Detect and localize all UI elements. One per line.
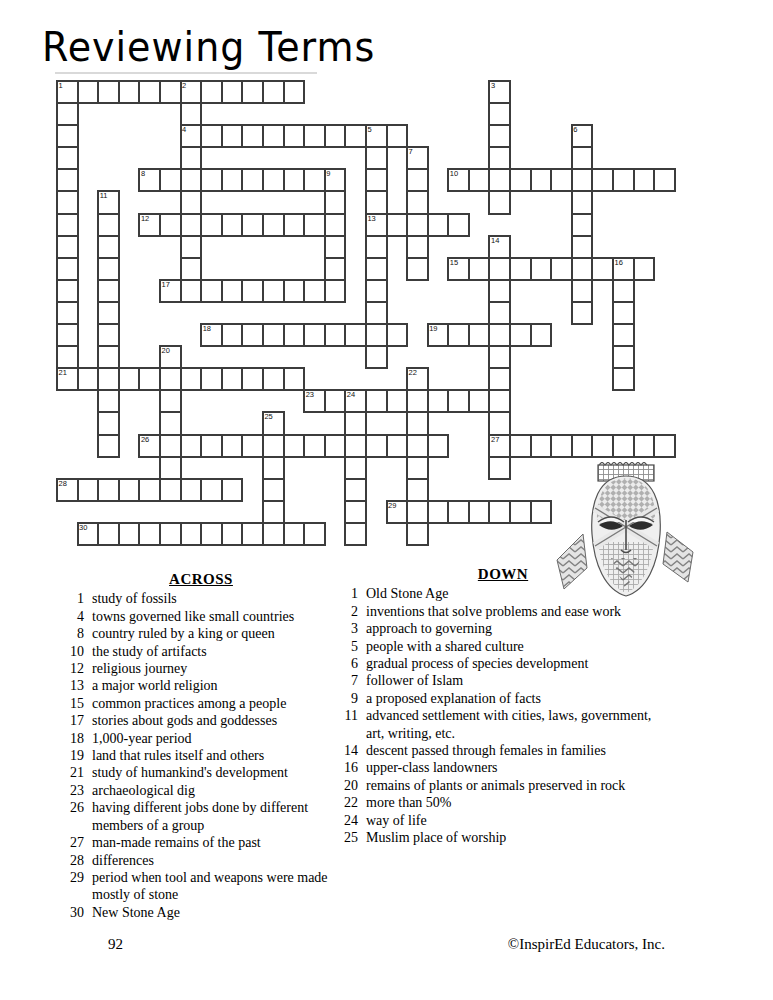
grid-cell[interactable] <box>181 368 202 390</box>
grid-cell[interactable] <box>139 81 160 103</box>
grid-cell[interactable] <box>489 147 510 169</box>
grid-cell[interactable] <box>263 214 284 236</box>
grid-cell[interactable] <box>407 457 428 479</box>
grid-cell[interactable] <box>242 523 263 545</box>
grid-cell[interactable] <box>366 280 387 302</box>
grid-cell[interactable] <box>572 435 593 457</box>
grid-cell[interactable] <box>242 125 263 147</box>
grid-cell[interactable] <box>181 435 202 457</box>
grid-cell[interactable] <box>345 523 366 545</box>
grid-cell[interactable] <box>551 435 572 457</box>
clue-text: Muslim place of worship <box>366 829 672 846</box>
grid-cell[interactable]: 16 <box>613 258 634 280</box>
grid-cell[interactable] <box>407 214 428 236</box>
grid-cell[interactable] <box>222 125 243 147</box>
clue-number: 27 <box>491 435 499 444</box>
grid-cell[interactable] <box>489 368 510 390</box>
grid-cell[interactable] <box>263 435 284 457</box>
grid-cell[interactable]: 3 <box>489 81 510 103</box>
grid-cell[interactable] <box>160 523 181 545</box>
grid-cell[interactable] <box>489 412 510 434</box>
grid-cell[interactable] <box>242 81 263 103</box>
clue-text: common practices among a people <box>92 695 342 712</box>
grid-cell[interactable] <box>345 412 366 434</box>
grid-cell[interactable] <box>345 125 366 147</box>
grid-cell[interactable] <box>325 390 346 412</box>
grid-cell[interactable] <box>531 169 552 191</box>
grid-cell[interactable] <box>160 368 181 390</box>
grid-cell[interactable] <box>181 523 202 545</box>
grid-cell[interactable] <box>489 457 510 479</box>
grid-cell[interactable] <box>448 390 469 412</box>
clue-number: 14 <box>491 236 499 245</box>
grid-cell[interactable] <box>489 125 510 147</box>
grid-cell[interactable] <box>139 368 160 390</box>
grid-cell[interactable] <box>181 214 202 236</box>
grid-cell[interactable] <box>57 302 78 324</box>
grid-cell[interactable] <box>510 501 531 523</box>
grid-cell[interactable] <box>139 523 160 545</box>
grid-cell[interactable] <box>325 191 346 213</box>
grid-cell[interactable]: 20 <box>160 346 181 368</box>
grid-cell[interactable]: 30 <box>78 523 99 545</box>
grid-cell[interactable]: 6 <box>572 125 593 147</box>
grid-cell[interactable] <box>345 435 366 457</box>
grid-cell[interactable] <box>181 103 202 125</box>
grid-cell[interactable] <box>284 169 305 191</box>
grid-cell[interactable] <box>119 479 140 501</box>
grid-cell[interactable] <box>181 258 202 280</box>
grid-cell[interactable] <box>387 125 408 147</box>
grid-cell[interactable] <box>201 125 222 147</box>
clue-number: 5 <box>367 125 371 134</box>
grid-cell[interactable] <box>160 479 181 501</box>
clue-text: study of humankind's development <box>92 764 342 781</box>
worksheet-page: Reviewing Terms 123456789101112131415161… <box>0 0 773 1000</box>
clue-num-label: 11 <box>334 707 358 742</box>
grid-cell[interactable] <box>387 435 408 457</box>
grid-cell[interactable]: 21 <box>57 368 78 390</box>
grid-cell[interactable] <box>57 280 78 302</box>
grid-cell[interactable] <box>242 324 263 346</box>
grid-cell[interactable]: 18 <box>201 324 222 346</box>
grid-cell[interactable] <box>654 435 675 457</box>
grid-cell[interactable] <box>57 214 78 236</box>
grid-cell[interactable] <box>57 169 78 191</box>
grid-cell[interactable] <box>98 523 119 545</box>
grid-cell[interactable] <box>242 169 263 191</box>
clue-num-label: 1 <box>60 590 84 607</box>
grid-cell[interactable]: 14 <box>489 236 510 258</box>
grid-cell[interactable] <box>160 390 181 412</box>
grid-cell[interactable]: 19 <box>428 324 449 346</box>
grid-cell[interactable] <box>407 479 428 501</box>
grid-cell[interactable] <box>284 368 305 390</box>
grid-cell[interactable] <box>489 280 510 302</box>
grid-cell[interactable] <box>201 169 222 191</box>
grid-cell[interactable] <box>181 479 202 501</box>
grid-cell[interactable] <box>510 324 531 346</box>
grid-cell[interactable] <box>160 169 181 191</box>
grid-cell[interactable] <box>325 125 346 147</box>
grid-cell[interactable]: 7 <box>407 147 428 169</box>
grid-cell[interactable] <box>366 302 387 324</box>
grid-cell[interactable] <box>366 191 387 213</box>
grid-cell[interactable]: 23 <box>304 390 325 412</box>
grid-cell[interactable] <box>428 214 449 236</box>
grid-cell[interactable]: 1 <box>57 81 78 103</box>
grid-cell[interactable] <box>304 214 325 236</box>
down-heading: DOWN <box>334 566 672 583</box>
grid-cell[interactable] <box>201 81 222 103</box>
grid-cell[interactable] <box>222 324 243 346</box>
grid-cell[interactable] <box>325 236 346 258</box>
grid-cell[interactable] <box>222 280 243 302</box>
grid-cell[interactable] <box>387 214 408 236</box>
grid-cell[interactable] <box>572 214 593 236</box>
grid-cell[interactable] <box>242 435 263 457</box>
grid-cell[interactable] <box>613 169 634 191</box>
grid-cell[interactable] <box>284 81 305 103</box>
clue-text: the study of artifacts <box>92 643 342 660</box>
grid-cell[interactable] <box>407 258 428 280</box>
grid-cell[interactable]: 2 <box>181 81 202 103</box>
clue-num-label: 21 <box>60 764 84 781</box>
grid-cell[interactable]: 15 <box>448 258 469 280</box>
grid-cell[interactable] <box>98 81 119 103</box>
down-clue: 25Muslim place of worship <box>334 829 672 846</box>
grid-cell[interactable] <box>304 523 325 545</box>
grid-cell[interactable] <box>284 280 305 302</box>
grid-cell[interactable] <box>325 280 346 302</box>
grid-cell[interactable] <box>489 103 510 125</box>
grid-cell[interactable] <box>78 81 99 103</box>
across-clue: 28differences <box>60 852 342 869</box>
grid-cell[interactable] <box>572 280 593 302</box>
grid-cell[interactable] <box>222 523 243 545</box>
grid-cell[interactable] <box>325 214 346 236</box>
grid-cell[interactable] <box>57 236 78 258</box>
grid-cell[interactable] <box>469 324 490 346</box>
grid-cell[interactable] <box>98 324 119 346</box>
grid-cell[interactable] <box>366 258 387 280</box>
grid-cell[interactable] <box>428 501 449 523</box>
grid-cell[interactable] <box>407 169 428 191</box>
grid-cell[interactable] <box>263 280 284 302</box>
grid-cell[interactable] <box>345 479 366 501</box>
grid-cell[interactable] <box>366 147 387 169</box>
grid-cell[interactable] <box>181 169 202 191</box>
grid-cell[interactable] <box>98 346 119 368</box>
grid-cell[interactable] <box>242 368 263 390</box>
clue-text: advanced settlement with cities, laws, g… <box>366 707 672 742</box>
grid-cell[interactable] <box>98 479 119 501</box>
grid-cell[interactable] <box>304 324 325 346</box>
grid-cell[interactable] <box>263 81 284 103</box>
grid-cell[interactable] <box>201 435 222 457</box>
grid-cell[interactable] <box>531 258 552 280</box>
grid-cell[interactable] <box>469 258 490 280</box>
grid-cell[interactable] <box>366 346 387 368</box>
grid-cell[interactable] <box>57 191 78 213</box>
grid-cell[interactable] <box>531 501 552 523</box>
clue-text: descent passed through females in famili… <box>366 742 672 759</box>
grid-cell[interactable] <box>160 435 181 457</box>
grid-cell[interactable] <box>263 324 284 346</box>
grid-cell[interactable] <box>57 258 78 280</box>
clue-num-label: 6 <box>334 655 358 672</box>
grid-cell[interactable] <box>242 280 263 302</box>
grid-cell[interactable] <box>366 169 387 191</box>
grid-cell[interactable] <box>304 169 325 191</box>
page-title: Reviewing Terms <box>42 24 375 71</box>
clue-num-label: 20 <box>334 777 358 794</box>
grid-cell[interactable]: 17 <box>160 280 181 302</box>
clue-text: religious journey <box>92 660 342 677</box>
grid-cell[interactable] <box>489 169 510 191</box>
clue-number: 21 <box>59 368 67 377</box>
clue-number: 23 <box>306 390 314 399</box>
grid-cell[interactable] <box>489 324 510 346</box>
grid-cell[interactable] <box>489 346 510 368</box>
clue-num-label: 16 <box>334 759 358 776</box>
grid-cell[interactable] <box>325 258 346 280</box>
grid-cell[interactable] <box>613 435 634 457</box>
clue-text: having different jobs done by different … <box>92 799 342 834</box>
grid-cell[interactable] <box>489 258 510 280</box>
grid-cell[interactable]: 26 <box>139 435 160 457</box>
grid-cell[interactable] <box>98 258 119 280</box>
grid-cell[interactable] <box>531 324 552 346</box>
grid-cell[interactable] <box>57 324 78 346</box>
grid-cell[interactable] <box>263 501 284 523</box>
grid-cell[interactable] <box>448 324 469 346</box>
grid-cell[interactable] <box>119 81 140 103</box>
grid-cell[interactable] <box>510 258 531 280</box>
grid-cell[interactable] <box>222 81 243 103</box>
grid-cell[interactable] <box>160 412 181 434</box>
grid-cell[interactable] <box>572 147 593 169</box>
clue-number: 28 <box>59 479 67 488</box>
grid-cell[interactable] <box>304 125 325 147</box>
grid-cell[interactable]: 4 <box>181 125 202 147</box>
grid-cell[interactable] <box>98 412 119 434</box>
grid-cell[interactable] <box>98 236 119 258</box>
clue-num-label: 19 <box>60 747 84 764</box>
grid-cell[interactable]: 27 <box>489 435 510 457</box>
grid-cell[interactable] <box>592 258 613 280</box>
down-clue: 22more than 50% <box>334 794 672 811</box>
grid-cell[interactable] <box>572 169 593 191</box>
grid-cell[interactable] <box>572 302 593 324</box>
grid-cell[interactable] <box>139 479 160 501</box>
grid-cell[interactable] <box>201 523 222 545</box>
grid-cell[interactable]: 24 <box>345 390 366 412</box>
grid-cell[interactable] <box>366 435 387 457</box>
grid-cell[interactable] <box>613 368 634 390</box>
grid-cell[interactable]: 8 <box>139 169 160 191</box>
across-clue: 29period when tool and weapons were made… <box>60 869 342 904</box>
clue-text: New Stone Age <box>92 904 342 921</box>
grid-cell[interactable] <box>98 435 119 457</box>
grid-cell[interactable] <box>57 147 78 169</box>
grid-cell[interactable] <box>654 169 675 191</box>
clue-number: 9 <box>326 169 330 178</box>
grid-cell[interactable] <box>119 523 140 545</box>
grid-cell[interactable] <box>592 435 613 457</box>
grid-cell[interactable] <box>325 435 346 457</box>
clue-num-label: 9 <box>334 690 358 707</box>
grid-cell[interactable] <box>181 280 202 302</box>
down-clue-list: 1Old Stone Age2inventions that solve pro… <box>334 585 672 846</box>
grid-cell[interactable] <box>407 390 428 412</box>
grid-cell[interactable]: 5 <box>366 125 387 147</box>
grid-cell[interactable] <box>78 368 99 390</box>
grid-cell[interactable] <box>489 302 510 324</box>
grid-cell[interactable] <box>263 523 284 545</box>
grid-cell[interactable] <box>572 258 593 280</box>
grid-cell[interactable] <box>469 169 490 191</box>
grid-cell[interactable] <box>222 479 243 501</box>
grid-cell[interactable] <box>201 368 222 390</box>
grid-cell[interactable] <box>407 412 428 434</box>
grid-cell[interactable] <box>98 302 119 324</box>
grid-cell[interactable] <box>263 457 284 479</box>
clue-number: 4 <box>182 125 186 134</box>
grid-cell[interactable] <box>387 390 408 412</box>
grid-cell[interactable]: 13 <box>366 214 387 236</box>
grid-cell[interactable] <box>572 236 593 258</box>
grid-cell[interactable] <box>613 346 634 368</box>
grid-cell[interactable] <box>366 390 387 412</box>
grid-cell[interactable] <box>222 214 243 236</box>
grid-cell[interactable] <box>407 435 428 457</box>
grid-cell[interactable] <box>366 324 387 346</box>
grid-cell[interactable] <box>428 435 449 457</box>
grid-cell[interactable] <box>551 258 572 280</box>
grid-cell[interactable] <box>407 191 428 213</box>
grid-cell[interactable]: 29 <box>387 501 408 523</box>
grid-cell[interactable]: 25 <box>263 412 284 434</box>
grid-cell[interactable] <box>222 368 243 390</box>
grid-cell[interactable] <box>181 191 202 213</box>
grid-cell[interactable] <box>510 169 531 191</box>
grid-cell[interactable] <box>284 523 305 545</box>
grid-cell[interactable] <box>634 258 655 280</box>
clue-number: 12 <box>141 214 149 223</box>
grid-cell[interactable] <box>119 368 140 390</box>
grid-cell[interactable] <box>160 214 181 236</box>
grid-cell[interactable] <box>98 368 119 390</box>
grid-cell[interactable] <box>551 169 572 191</box>
grid-cell[interactable] <box>263 479 284 501</box>
grid-cell[interactable] <box>284 125 305 147</box>
grid-cell[interactable] <box>387 324 408 346</box>
grid-cell[interactable] <box>201 479 222 501</box>
grid-cell[interactable] <box>284 324 305 346</box>
grid-cell[interactable] <box>407 501 428 523</box>
grid-cell[interactable] <box>181 147 202 169</box>
grid-cell[interactable] <box>304 280 325 302</box>
grid-cell[interactable] <box>325 324 346 346</box>
grid-cell[interactable] <box>263 169 284 191</box>
grid-cell[interactable] <box>613 302 634 324</box>
grid-cell[interactable] <box>634 169 655 191</box>
grid-cell[interactable]: 28 <box>57 479 78 501</box>
grid-cell[interactable] <box>572 191 593 213</box>
grid-cell[interactable] <box>489 191 510 213</box>
grid-cell[interactable] <box>634 435 655 457</box>
grid-cell[interactable] <box>57 125 78 147</box>
clue-text: a proposed explanation of facts <box>366 690 672 707</box>
grid-cell[interactable] <box>345 324 366 346</box>
grid-cell[interactable] <box>407 236 428 258</box>
grid-cell[interactable] <box>98 214 119 236</box>
clue-num-label: 14 <box>334 742 358 759</box>
grid-cell[interactable] <box>613 324 634 346</box>
down-clue: 16upper-class landowners <box>334 759 672 776</box>
grid-cell[interactable]: 11 <box>98 191 119 213</box>
grid-cell[interactable] <box>489 390 510 412</box>
grid-cell[interactable]: 12 <box>139 214 160 236</box>
grid-cell[interactable] <box>98 390 119 412</box>
grid-cell[interactable] <box>57 103 78 125</box>
grid-cell[interactable] <box>160 457 181 479</box>
grid-cell[interactable] <box>366 236 387 258</box>
clue-num-label: 17 <box>60 712 84 729</box>
grid-cell[interactable]: 9 <box>325 169 346 191</box>
down-clue: 2inventions that solve problems and ease… <box>334 603 672 620</box>
grid-cell[interactable] <box>201 214 222 236</box>
grid-cell[interactable] <box>489 501 510 523</box>
grid-cell[interactable] <box>448 214 469 236</box>
grid-cell[interactable]: 10 <box>448 169 469 191</box>
grid-cell[interactable] <box>78 479 99 501</box>
grid-cell[interactable] <box>613 280 634 302</box>
grid-cell[interactable] <box>469 390 490 412</box>
grid-cell[interactable] <box>345 501 366 523</box>
grid-cell[interactable] <box>428 390 449 412</box>
grid-cell[interactable] <box>263 125 284 147</box>
grid-cell[interactable] <box>222 435 243 457</box>
grid-cell[interactable] <box>160 81 181 103</box>
across-clue: 30New Stone Age <box>60 904 342 921</box>
grid-cell[interactable] <box>304 435 325 457</box>
grid-cell[interactable] <box>531 435 552 457</box>
grid-cell[interactable] <box>98 280 119 302</box>
grid-cell[interactable] <box>345 457 366 479</box>
grid-cell[interactable] <box>242 214 263 236</box>
grid-cell[interactable] <box>201 280 222 302</box>
grid-cell[interactable] <box>284 214 305 236</box>
grid-cell[interactable] <box>407 523 428 545</box>
grid-cell[interactable] <box>592 169 613 191</box>
grid-cell[interactable] <box>57 346 78 368</box>
clue-text: 1,000-year period <box>92 730 342 747</box>
grid-cell[interactable] <box>469 501 490 523</box>
clue-text: country ruled by a king or queen <box>92 625 342 642</box>
grid-cell[interactable] <box>263 368 284 390</box>
clue-num-label: 25 <box>334 829 358 846</box>
grid-cell[interactable] <box>510 435 531 457</box>
grid-cell[interactable] <box>181 236 202 258</box>
grid-cell[interactable]: 22 <box>407 368 428 390</box>
grid-cell[interactable] <box>222 169 243 191</box>
grid-cell[interactable] <box>448 501 469 523</box>
grid-cell[interactable] <box>284 435 305 457</box>
across-clue: 17stories about gods and goddesses <box>60 712 342 729</box>
clue-number: 6 <box>573 125 577 134</box>
